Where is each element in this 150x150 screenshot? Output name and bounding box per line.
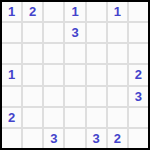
cell-r4c3[interactable] <box>44 65 63 84</box>
cell-r3c7[interactable] <box>129 44 148 63</box>
cell-r1c1: 1 <box>2 2 21 21</box>
cell-r5c2[interactable] <box>23 87 42 106</box>
cell-r2c4: 3 <box>65 23 84 42</box>
cell-r7c7[interactable] <box>129 129 148 148</box>
cell-r2c2[interactable] <box>23 23 42 42</box>
cell-r6c3[interactable] <box>44 108 63 127</box>
cell-r6c5[interactable] <box>87 108 106 127</box>
cell-r3c1[interactable] <box>2 44 21 63</box>
cell-r1c3[interactable] <box>44 2 63 21</box>
cell-r7c4[interactable] <box>65 129 84 148</box>
cell-r7c1[interactable] <box>2 129 21 148</box>
cell-r5c5[interactable] <box>87 87 106 106</box>
cell-r6c1: 2 <box>2 108 21 127</box>
cell-r5c3[interactable] <box>44 87 63 106</box>
cell-r1c2: 2 <box>23 2 42 21</box>
cell-r2c6[interactable] <box>108 23 127 42</box>
cell-r6c7[interactable] <box>129 108 148 127</box>
cell-r4c5[interactable] <box>87 65 106 84</box>
cell-r1c7[interactable] <box>129 2 148 21</box>
cell-r4c7: 2 <box>129 65 148 84</box>
cell-r3c6[interactable] <box>108 44 127 63</box>
cell-r1c5[interactable] <box>87 2 106 21</box>
cell-r7c3: 3 <box>44 129 63 148</box>
cell-r3c2[interactable] <box>23 44 42 63</box>
cell-r1c6: 1 <box>108 2 127 21</box>
cell-r4c1: 1 <box>2 65 21 84</box>
cell-r6c2[interactable] <box>23 108 42 127</box>
cell-r5c4[interactable] <box>65 87 84 106</box>
cell-r7c6: 2 <box>108 129 127 148</box>
cell-r2c5[interactable] <box>87 23 106 42</box>
cell-r2c3[interactable] <box>44 23 63 42</box>
cell-r4c4[interactable] <box>65 65 84 84</box>
cell-r6c4[interactable] <box>65 108 84 127</box>
cell-r2c1[interactable] <box>2 23 21 42</box>
puzzle-board: 1 2 1 1 3 1 2 3 2 3 3 2 <box>0 0 150 150</box>
cell-r3c5[interactable] <box>87 44 106 63</box>
cell-r2c7[interactable] <box>129 23 148 42</box>
cell-r7c5: 3 <box>87 129 106 148</box>
cell-r5c1[interactable] <box>2 87 21 106</box>
cell-r4c6[interactable] <box>108 65 127 84</box>
cell-r5c6[interactable] <box>108 87 127 106</box>
cell-r3c4[interactable] <box>65 44 84 63</box>
cell-r4c2[interactable] <box>23 65 42 84</box>
cell-r3c3[interactable] <box>44 44 63 63</box>
cell-r6c6[interactable] <box>108 108 127 127</box>
cell-r1c4: 1 <box>65 2 84 21</box>
cell-r7c2[interactable] <box>23 129 42 148</box>
cell-r5c7: 3 <box>129 87 148 106</box>
